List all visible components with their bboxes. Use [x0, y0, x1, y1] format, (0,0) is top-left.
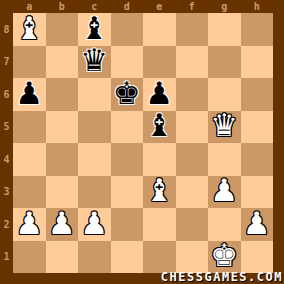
square-b3	[46, 176, 79, 209]
white-pawn: ♟	[80, 208, 108, 239]
square-g6	[208, 78, 241, 111]
chess-diagram: abcdefgh 87654321 ♝♝♛♟♚♟♝♛♝♟♟♟♟♟♚ CHESSG…	[0, 0, 284, 284]
white-queen: ♛	[210, 110, 238, 141]
square-a8: ♝	[13, 13, 46, 46]
square-d6: ♚	[111, 78, 144, 111]
square-h4	[241, 143, 274, 176]
file-label-e: e	[143, 0, 176, 13]
black-queen: ♛	[80, 45, 108, 76]
rank-label-1: 1	[0, 241, 13, 274]
square-g8	[208, 13, 241, 46]
square-c8: ♝	[78, 13, 111, 46]
square-f1	[176, 241, 209, 274]
file-label-f: f	[176, 0, 209, 13]
black-pawn: ♟	[15, 78, 43, 109]
square-c2: ♟	[78, 208, 111, 241]
square-c6	[78, 78, 111, 111]
rank-label-7: 7	[0, 46, 13, 79]
square-c1	[78, 241, 111, 274]
square-h3	[241, 176, 274, 209]
square-h2: ♟	[241, 208, 274, 241]
square-h6	[241, 78, 274, 111]
square-b7	[46, 46, 79, 79]
square-f2	[176, 208, 209, 241]
file-labels: abcdefgh	[13, 0, 273, 13]
square-e4	[143, 143, 176, 176]
black-pawn: ♟	[145, 78, 173, 109]
square-a5	[13, 111, 46, 144]
rank-label-2: 2	[0, 208, 13, 241]
white-pawn: ♟	[48, 208, 76, 239]
rank-label-3: 3	[0, 176, 13, 209]
black-king: ♚	[113, 78, 141, 109]
black-bishop: ♝	[145, 110, 173, 141]
square-e1	[143, 241, 176, 274]
square-d1	[111, 241, 144, 274]
square-c7: ♛	[78, 46, 111, 79]
square-h5	[241, 111, 274, 144]
white-pawn: ♟	[243, 208, 271, 239]
square-c4	[78, 143, 111, 176]
square-g2	[208, 208, 241, 241]
square-c3	[78, 176, 111, 209]
square-a3	[13, 176, 46, 209]
square-e2	[143, 208, 176, 241]
square-f6	[176, 78, 209, 111]
square-e7	[143, 46, 176, 79]
square-g1: ♚	[208, 241, 241, 274]
square-d8	[111, 13, 144, 46]
square-f8	[176, 13, 209, 46]
square-d3	[111, 176, 144, 209]
square-b6	[46, 78, 79, 111]
black-bishop: ♝	[80, 13, 108, 44]
square-d7	[111, 46, 144, 79]
white-pawn: ♟	[210, 175, 238, 206]
square-h8	[241, 13, 274, 46]
file-label-h: h	[241, 0, 274, 13]
square-g4	[208, 143, 241, 176]
square-e6: ♟	[143, 78, 176, 111]
rank-label-4: 4	[0, 143, 13, 176]
square-g5: ♛	[208, 111, 241, 144]
square-f5	[176, 111, 209, 144]
site-credit: CHESSGAMES.COM	[161, 271, 283, 284]
square-g3: ♟	[208, 176, 241, 209]
file-label-b: b	[46, 0, 79, 13]
square-b1	[46, 241, 79, 274]
white-king: ♚	[210, 240, 238, 271]
square-b5	[46, 111, 79, 144]
square-b8	[46, 13, 79, 46]
square-g7	[208, 46, 241, 79]
square-c5	[78, 111, 111, 144]
square-a6: ♟	[13, 78, 46, 111]
white-pawn: ♟	[15, 208, 43, 239]
chess-board: ♝♝♛♟♚♟♝♛♝♟♟♟♟♟♚	[13, 13, 273, 273]
square-a7	[13, 46, 46, 79]
square-e3: ♝	[143, 176, 176, 209]
rank-label-6: 6	[0, 78, 13, 111]
square-a4	[13, 143, 46, 176]
square-b2: ♟	[46, 208, 79, 241]
square-d5	[111, 111, 144, 144]
white-bishop: ♝	[15, 13, 43, 44]
square-a2: ♟	[13, 208, 46, 241]
square-h7	[241, 46, 274, 79]
square-d4	[111, 143, 144, 176]
square-f3	[176, 176, 209, 209]
square-a1	[13, 241, 46, 274]
square-d2	[111, 208, 144, 241]
rank-label-8: 8	[0, 13, 13, 46]
rank-labels: 87654321	[0, 13, 13, 273]
file-label-d: d	[111, 0, 144, 13]
square-h1	[241, 241, 274, 274]
square-f7	[176, 46, 209, 79]
square-e8	[143, 13, 176, 46]
rank-label-5: 5	[0, 111, 13, 144]
file-label-g: g	[208, 0, 241, 13]
square-f4	[176, 143, 209, 176]
white-bishop: ♝	[145, 175, 173, 206]
square-b4	[46, 143, 79, 176]
square-e5: ♝	[143, 111, 176, 144]
